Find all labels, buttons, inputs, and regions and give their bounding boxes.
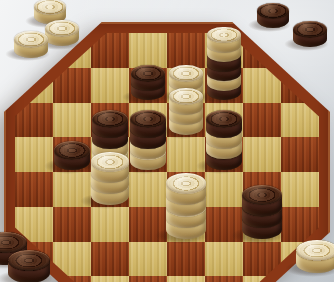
stack-f2[interactable] — [207, 27, 240, 101]
square-e1[interactable] — [167, 33, 205, 68]
checker-light — [207, 27, 240, 53]
checker-top-face — [166, 173, 206, 193]
square-d8[interactable] — [129, 276, 167, 282]
checker-top-face — [131, 65, 164, 82]
checker-dark — [206, 110, 242, 139]
square-c8[interactable] — [91, 276, 129, 282]
checker-dark — [130, 110, 166, 139]
square-g4[interactable] — [243, 137, 281, 172]
offboard-piece-top-right-4[interactable] — [293, 21, 326, 47]
square-a5[interactable] — [15, 172, 53, 207]
checker-light — [296, 240, 334, 273]
stack-g6[interactable] — [242, 185, 282, 240]
square-c7[interactable] — [91, 242, 129, 277]
square-h8[interactable] — [281, 276, 319, 282]
offboard-piece-bottom-right-7[interactable] — [296, 240, 334, 273]
square-d7[interactable] — [129, 242, 167, 277]
checker-dark — [92, 110, 128, 139]
checker-light — [45, 20, 78, 46]
square-h5[interactable] — [281, 172, 319, 207]
checker-top-face — [206, 110, 242, 128]
checker-dark — [293, 21, 326, 47]
square-g3[interactable] — [243, 103, 281, 138]
checker-top-face — [92, 110, 128, 128]
square-h4[interactable] — [281, 137, 319, 172]
checker-top-face — [130, 110, 166, 128]
square-e8[interactable] — [167, 276, 205, 282]
stack-f4[interactable] — [206, 110, 242, 170]
checker-top-face — [293, 21, 326, 38]
checker-top-face — [169, 65, 202, 82]
offboard-piece-top-left-1[interactable] — [45, 20, 78, 46]
square-c6[interactable] — [91, 207, 129, 242]
square-f8[interactable] — [205, 276, 243, 282]
square-e7[interactable] — [167, 242, 205, 277]
square-d1[interactable] — [129, 33, 167, 68]
checker-dark — [242, 185, 282, 217]
checker-top-face — [207, 27, 240, 44]
square-b6[interactable] — [53, 207, 91, 242]
checker-dark — [8, 250, 50, 282]
checker-dark — [131, 65, 164, 91]
checker-light — [91, 152, 129, 182]
square-d5[interactable] — [129, 172, 167, 207]
stack-e6[interactable] — [166, 173, 206, 239]
checker-top-face — [54, 141, 90, 159]
square-f5[interactable] — [205, 172, 243, 207]
stack-c5[interactable] — [91, 152, 129, 204]
checker-top-face — [91, 152, 129, 171]
checker-top-face — [296, 240, 334, 261]
scene — [0, 0, 334, 282]
stack-d4[interactable] — [130, 110, 166, 170]
square-f7[interactable] — [205, 242, 243, 277]
square-b3[interactable] — [53, 103, 91, 138]
offboard-piece-top-right-3[interactable] — [257, 3, 289, 29]
checker-light — [169, 88, 204, 115]
checker-top-face — [257, 3, 289, 19]
offboard-piece-top-left-2[interactable] — [14, 31, 48, 57]
checker-top-face — [14, 31, 48, 48]
offboard-piece-bottom-left-6[interactable] — [8, 250, 50, 282]
checker-top-face — [242, 185, 282, 205]
checker-light — [14, 31, 48, 57]
checker-dark — [257, 3, 289, 29]
checker-light — [166, 173, 206, 205]
checker-top-face — [45, 20, 78, 37]
stack-e3[interactable] — [169, 88, 204, 136]
